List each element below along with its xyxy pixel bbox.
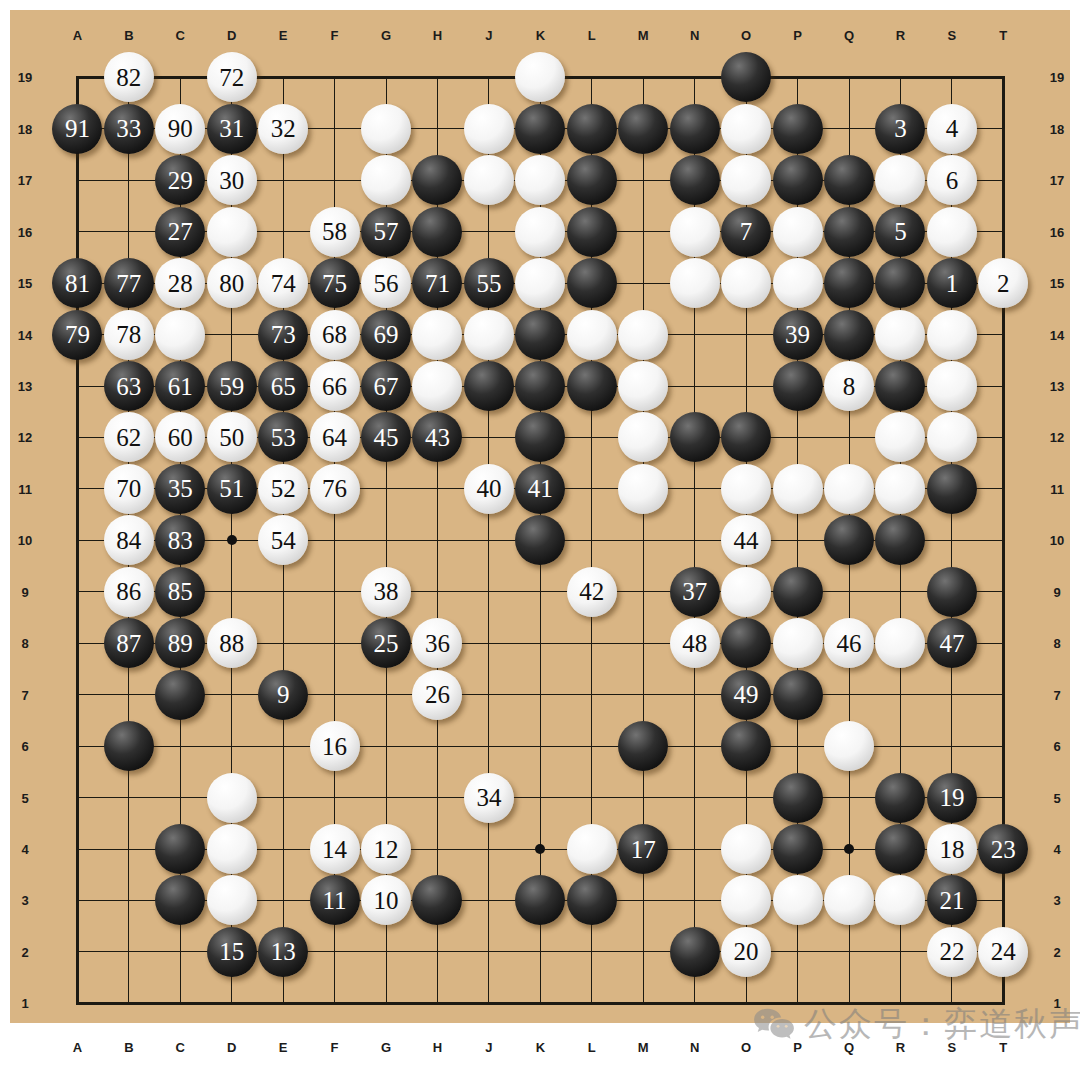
coord-label-left: 14 xyxy=(18,327,32,342)
move-number: 8 xyxy=(843,374,856,399)
move-number: 39 xyxy=(785,322,810,347)
stone-L3 xyxy=(567,875,617,925)
stone-M12 xyxy=(618,412,668,462)
move-number: 89 xyxy=(168,631,193,656)
move-number: 85 xyxy=(168,579,193,604)
move-number: 5 xyxy=(894,219,907,244)
move-number: 10 xyxy=(374,888,399,913)
stone-R3 xyxy=(875,875,925,925)
move-number: 78 xyxy=(116,322,141,347)
move-number: 43 xyxy=(425,425,450,450)
stone-A15: 81 xyxy=(52,258,102,308)
coord-label-bottom: A xyxy=(73,1040,82,1055)
stone-O8 xyxy=(721,618,771,668)
stone-B11: 70 xyxy=(104,464,154,514)
stone-Q13: 8 xyxy=(824,361,874,411)
stone-B13: 63 xyxy=(104,361,154,411)
coord-label-left: 6 xyxy=(21,739,28,754)
stone-M18 xyxy=(618,104,668,154)
stone-D3 xyxy=(207,875,257,925)
stone-S12 xyxy=(927,412,977,462)
stone-K11: 41 xyxy=(515,464,565,514)
coord-label-right: 13 xyxy=(1050,379,1064,394)
stone-N2 xyxy=(670,927,720,977)
move-number: 57 xyxy=(374,219,399,244)
stone-E14: 73 xyxy=(258,310,308,360)
move-number: 11 xyxy=(323,888,347,913)
stone-B12: 62 xyxy=(104,412,154,462)
stone-R4 xyxy=(875,824,925,874)
stone-P14: 39 xyxy=(773,310,823,360)
coord-label-top: O xyxy=(741,28,751,43)
stone-E2: 13 xyxy=(258,927,308,977)
stone-S11 xyxy=(927,464,977,514)
stone-E7: 9 xyxy=(258,670,308,720)
stone-A18: 91 xyxy=(52,104,102,154)
stone-E11: 52 xyxy=(258,464,308,514)
stone-S8: 47 xyxy=(927,618,977,668)
stone-P11 xyxy=(773,464,823,514)
stone-L15 xyxy=(567,258,617,308)
stone-F6: 16 xyxy=(310,721,360,771)
stone-D8: 88 xyxy=(207,618,257,668)
move-number: 90 xyxy=(168,116,193,141)
move-number: 69 xyxy=(374,322,399,347)
stone-P5 xyxy=(773,773,823,823)
move-number: 42 xyxy=(579,579,604,604)
move-number: 9 xyxy=(277,682,290,707)
stone-F16: 58 xyxy=(310,207,360,257)
stone-L13 xyxy=(567,361,617,411)
stone-S16 xyxy=(927,207,977,257)
stone-O19 xyxy=(721,52,771,102)
watermark-text: 公众号：弈道秋声 xyxy=(804,1002,1080,1047)
move-number: 15 xyxy=(219,939,244,964)
move-number: 63 xyxy=(116,374,141,399)
move-number: 51 xyxy=(219,476,244,501)
move-number: 3 xyxy=(894,116,907,141)
move-number: 1 xyxy=(946,271,959,296)
move-number: 53 xyxy=(271,425,296,450)
move-number: 86 xyxy=(116,579,141,604)
stone-D17: 30 xyxy=(207,155,257,205)
stone-G3: 10 xyxy=(361,875,411,925)
stone-C14 xyxy=(155,310,205,360)
stone-G12: 45 xyxy=(361,412,411,462)
stone-D13: 59 xyxy=(207,361,257,411)
stone-G13: 67 xyxy=(361,361,411,411)
move-number: 80 xyxy=(219,271,244,296)
stone-C9: 85 xyxy=(155,567,205,617)
move-number: 47 xyxy=(939,631,964,656)
coord-label-bottom: H xyxy=(433,1040,442,1055)
stone-B6 xyxy=(104,721,154,771)
stone-R10 xyxy=(875,515,925,565)
stone-F12: 64 xyxy=(310,412,360,462)
move-number: 19 xyxy=(939,785,964,810)
stone-E12: 53 xyxy=(258,412,308,462)
move-number: 50 xyxy=(219,425,244,450)
stone-G14: 69 xyxy=(361,310,411,360)
coord-label-top: B xyxy=(124,28,133,43)
move-number: 35 xyxy=(168,476,193,501)
stone-H7: 26 xyxy=(412,670,462,720)
coord-label-right: 16 xyxy=(1050,224,1064,239)
move-number: 60 xyxy=(168,425,193,450)
move-number: 26 xyxy=(425,682,450,707)
star-point-K4 xyxy=(535,844,545,854)
move-number: 77 xyxy=(116,271,141,296)
stone-R14 xyxy=(875,310,925,360)
coord-label-bottom: B xyxy=(124,1040,133,1055)
move-number: 13 xyxy=(271,939,296,964)
move-number: 23 xyxy=(991,837,1016,862)
stone-H12: 43 xyxy=(412,412,462,462)
move-number: 66 xyxy=(322,374,347,399)
coord-label-bottom: O xyxy=(741,1040,751,1055)
stone-N12 xyxy=(670,412,720,462)
stone-M14 xyxy=(618,310,668,360)
coord-label-right: 19 xyxy=(1050,70,1064,85)
move-number: 32 xyxy=(271,116,296,141)
grid-horizontal-line xyxy=(76,591,1005,592)
stone-C12: 60 xyxy=(155,412,205,462)
stone-A14: 79 xyxy=(52,310,102,360)
stone-B15: 77 xyxy=(104,258,154,308)
coord-label-left: 16 xyxy=(18,224,32,239)
move-number: 82 xyxy=(116,65,141,90)
stone-D4 xyxy=(207,824,257,874)
coord-label-bottom: F xyxy=(331,1040,339,1055)
stone-L18 xyxy=(567,104,617,154)
stone-Q3 xyxy=(824,875,874,925)
stone-O6 xyxy=(721,721,771,771)
coord-label-bottom: G xyxy=(381,1040,391,1055)
stone-S17: 6 xyxy=(927,155,977,205)
stone-F11: 76 xyxy=(310,464,360,514)
coord-label-right: 8 xyxy=(1053,636,1060,651)
move-number: 56 xyxy=(374,271,399,296)
coord-label-left: 8 xyxy=(21,636,28,651)
stone-N18 xyxy=(670,104,720,154)
stone-B14: 78 xyxy=(104,310,154,360)
stone-R13 xyxy=(875,361,925,411)
move-number: 21 xyxy=(939,888,964,913)
move-number: 7 xyxy=(740,219,753,244)
move-number: 67 xyxy=(374,374,399,399)
stone-H15: 71 xyxy=(412,258,462,308)
coord-label-top: R xyxy=(896,28,905,43)
stone-S3: 21 xyxy=(927,875,977,925)
coord-label-right: 14 xyxy=(1050,327,1064,342)
coord-label-top: L xyxy=(588,28,596,43)
stone-P3 xyxy=(773,875,823,925)
stone-H17 xyxy=(412,155,462,205)
coord-label-bottom: N xyxy=(690,1040,699,1055)
coord-label-top: Q xyxy=(844,28,854,43)
stone-N17 xyxy=(670,155,720,205)
move-number: 16 xyxy=(322,734,347,759)
stone-S5: 19 xyxy=(927,773,977,823)
stone-Q10 xyxy=(824,515,874,565)
move-number: 28 xyxy=(168,271,193,296)
move-number: 71 xyxy=(425,271,450,296)
move-number: 75 xyxy=(322,271,347,296)
move-number: 38 xyxy=(374,579,399,604)
stone-O16: 7 xyxy=(721,207,771,257)
stone-C15: 28 xyxy=(155,258,205,308)
coord-label-bottom: K xyxy=(536,1040,545,1055)
stone-C17: 29 xyxy=(155,155,205,205)
move-number: 83 xyxy=(168,528,193,553)
move-number: 79 xyxy=(65,322,90,347)
stone-C8: 89 xyxy=(155,618,205,668)
coord-label-right: 5 xyxy=(1053,790,1060,805)
stone-F3: 11 xyxy=(310,875,360,925)
coord-label-left: 1 xyxy=(21,996,28,1011)
coord-label-right: 17 xyxy=(1050,173,1064,188)
stone-R17 xyxy=(875,155,925,205)
stone-K10 xyxy=(515,515,565,565)
coord-label-bottom: L xyxy=(588,1040,596,1055)
coord-label-left: 3 xyxy=(21,893,28,908)
star-point-Q4 xyxy=(844,844,854,854)
move-number: 31 xyxy=(219,116,244,141)
stone-S15: 1 xyxy=(927,258,977,308)
star-point-D10 xyxy=(227,535,237,545)
stone-S14 xyxy=(927,310,977,360)
stone-E10: 54 xyxy=(258,515,308,565)
grid-horizontal-line xyxy=(76,694,1005,695)
coord-label-right: 3 xyxy=(1053,893,1060,908)
stone-B18: 33 xyxy=(104,104,154,154)
move-number: 14 xyxy=(322,837,347,862)
coord-label-top: T xyxy=(999,28,1007,43)
move-number: 68 xyxy=(322,322,347,347)
move-number: 48 xyxy=(682,631,707,656)
stone-D5 xyxy=(207,773,257,823)
coord-label-top: F xyxy=(331,28,339,43)
stone-R11 xyxy=(875,464,925,514)
move-number: 12 xyxy=(374,837,399,862)
stone-K19 xyxy=(515,52,565,102)
stone-O10: 44 xyxy=(721,515,771,565)
coord-label-right: 12 xyxy=(1050,430,1064,445)
coord-label-right: 4 xyxy=(1053,842,1060,857)
coord-label-top: C xyxy=(176,28,185,43)
move-number: 29 xyxy=(168,168,193,193)
coord-label-left: 12 xyxy=(18,430,32,445)
stone-O7: 49 xyxy=(721,670,771,720)
stone-T4: 23 xyxy=(978,824,1028,874)
move-number: 4 xyxy=(946,116,959,141)
move-number: 18 xyxy=(939,837,964,862)
stone-H13 xyxy=(412,361,462,411)
stone-R12 xyxy=(875,412,925,462)
move-number: 70 xyxy=(116,476,141,501)
move-number: 61 xyxy=(168,374,193,399)
coord-label-right: 2 xyxy=(1053,944,1060,959)
stone-P4 xyxy=(773,824,823,874)
stone-G15: 56 xyxy=(361,258,411,308)
stone-R15 xyxy=(875,258,925,308)
move-number: 81 xyxy=(65,271,90,296)
stone-J15: 55 xyxy=(464,258,514,308)
coord-label-right: 11 xyxy=(1050,481,1064,496)
coord-label-left: 4 xyxy=(21,842,28,857)
coord-label-left: 10 xyxy=(18,533,32,548)
stone-B8: 87 xyxy=(104,618,154,668)
move-number: 20 xyxy=(734,939,759,964)
move-number: 22 xyxy=(939,939,964,964)
stone-R5 xyxy=(875,773,925,823)
go-diagram-page: AABBCCDDEEFFGGHHJJKKLLMMNNOOPPQQRRSSTT19… xyxy=(0,0,1080,1080)
stone-D11: 51 xyxy=(207,464,257,514)
stone-M11 xyxy=(618,464,668,514)
stone-J18 xyxy=(464,104,514,154)
stone-Q15 xyxy=(824,258,874,308)
coord-label-left: 5 xyxy=(21,790,28,805)
stone-T15: 2 xyxy=(978,258,1028,308)
coord-label-bottom: J xyxy=(485,1040,492,1055)
stone-R8 xyxy=(875,618,925,668)
stone-F15: 75 xyxy=(310,258,360,308)
stone-J11: 40 xyxy=(464,464,514,514)
stone-Q11 xyxy=(824,464,874,514)
move-number: 49 xyxy=(734,682,759,707)
coord-label-right: 15 xyxy=(1050,276,1064,291)
stone-S9 xyxy=(927,567,977,617)
move-number: 55 xyxy=(476,271,501,296)
stone-G16: 57 xyxy=(361,207,411,257)
move-number: 65 xyxy=(271,374,296,399)
stone-C11: 35 xyxy=(155,464,205,514)
move-number: 6 xyxy=(946,168,959,193)
stone-S2: 22 xyxy=(927,927,977,977)
stone-F14: 68 xyxy=(310,310,360,360)
stone-P8 xyxy=(773,618,823,668)
move-number: 72 xyxy=(219,65,244,90)
stone-Q16 xyxy=(824,207,874,257)
stone-T2: 24 xyxy=(978,927,1028,977)
stone-O18 xyxy=(721,104,771,154)
stone-S18: 4 xyxy=(927,104,977,154)
stone-O2: 20 xyxy=(721,927,771,977)
coord-label-top: D xyxy=(227,28,236,43)
stone-P18 xyxy=(773,104,823,154)
stone-J5: 34 xyxy=(464,773,514,823)
stone-C3 xyxy=(155,875,205,925)
watermark-caption: 公众号：弈道秋声 xyxy=(752,1002,1080,1047)
coord-label-right: 10 xyxy=(1050,533,1064,548)
move-number: 40 xyxy=(476,476,501,501)
move-number: 2 xyxy=(997,271,1010,296)
stone-J13 xyxy=(464,361,514,411)
coord-label-top: K xyxy=(536,28,545,43)
move-number: 88 xyxy=(219,631,244,656)
stone-H3 xyxy=(412,875,462,925)
stone-K12 xyxy=(515,412,565,462)
coord-label-top: S xyxy=(948,28,957,43)
coord-label-top: G xyxy=(381,28,391,43)
stone-L9: 42 xyxy=(567,567,617,617)
coord-label-top: A xyxy=(73,28,82,43)
stone-G18 xyxy=(361,104,411,154)
move-number: 33 xyxy=(116,116,141,141)
stone-J14 xyxy=(464,310,514,360)
move-number: 45 xyxy=(374,425,399,450)
move-number: 27 xyxy=(168,219,193,244)
stone-Q17 xyxy=(824,155,874,205)
move-number: 37 xyxy=(682,579,707,604)
stone-E15: 74 xyxy=(258,258,308,308)
coord-label-right: 6 xyxy=(1053,739,1060,754)
coord-label-left: 2 xyxy=(21,944,28,959)
move-number: 30 xyxy=(219,168,244,193)
stone-D15: 80 xyxy=(207,258,257,308)
stone-R16: 5 xyxy=(875,207,925,257)
stone-C16: 27 xyxy=(155,207,205,257)
coord-label-left: 11 xyxy=(18,481,32,496)
coord-label-top: N xyxy=(690,28,699,43)
stone-G9: 38 xyxy=(361,567,411,617)
move-number: 17 xyxy=(631,837,656,862)
stone-G8: 25 xyxy=(361,618,411,668)
stone-M4: 17 xyxy=(618,824,668,874)
coord-label-left: 15 xyxy=(18,276,32,291)
stone-D16 xyxy=(207,207,257,257)
move-number: 84 xyxy=(116,528,141,553)
stone-O4 xyxy=(721,824,771,874)
move-number: 73 xyxy=(271,322,296,347)
stone-R18: 3 xyxy=(875,104,925,154)
move-number: 64 xyxy=(322,425,347,450)
stone-O9 xyxy=(721,567,771,617)
move-number: 52 xyxy=(271,476,296,501)
stone-C18: 90 xyxy=(155,104,205,154)
stone-P13 xyxy=(773,361,823,411)
move-number: 76 xyxy=(322,476,347,501)
coord-label-right: 9 xyxy=(1053,584,1060,599)
stone-Q14 xyxy=(824,310,874,360)
coord-label-top: P xyxy=(793,28,802,43)
move-number: 58 xyxy=(322,219,347,244)
stone-D18: 31 xyxy=(207,104,257,154)
stone-N9: 37 xyxy=(670,567,720,617)
coord-label-left: 17 xyxy=(18,173,32,188)
move-number: 34 xyxy=(476,785,501,810)
stone-Q8: 46 xyxy=(824,618,874,668)
stone-N8: 48 xyxy=(670,618,720,668)
stone-K14 xyxy=(515,310,565,360)
stone-E13: 65 xyxy=(258,361,308,411)
stone-K13 xyxy=(515,361,565,411)
stone-L16 xyxy=(567,207,617,257)
stone-H16 xyxy=(412,207,462,257)
stone-S13 xyxy=(927,361,977,411)
stone-N16 xyxy=(670,207,720,257)
stone-K17 xyxy=(515,155,565,205)
move-number: 24 xyxy=(991,939,1016,964)
stone-P15 xyxy=(773,258,823,308)
stone-O11 xyxy=(721,464,771,514)
coord-label-top: J xyxy=(485,28,492,43)
move-number: 74 xyxy=(271,271,296,296)
coord-label-top: H xyxy=(433,28,442,43)
coord-label-left: 19 xyxy=(18,70,32,85)
stone-F4: 14 xyxy=(310,824,360,874)
coord-label-bottom: M xyxy=(638,1040,649,1055)
